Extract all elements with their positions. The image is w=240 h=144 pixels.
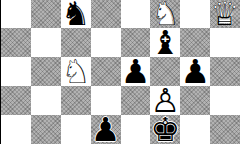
square-d4: ♟: [91, 115, 121, 144]
square-f5: ♟♙: [150, 86, 180, 115]
square-b4: [31, 115, 61, 144]
square-d6: [91, 57, 121, 86]
square-c6: ♞♘: [61, 57, 91, 86]
piece-black-king: ♚: [150, 115, 180, 144]
square-b8: [31, 0, 61, 28]
piece-white-pawn: ♟♙: [150, 86, 180, 115]
square-c8: ♞: [61, 0, 91, 28]
square-d8: [91, 0, 121, 28]
square-b6: [31, 57, 61, 86]
square-b5: [31, 86, 61, 115]
square-a8: [1, 0, 31, 28]
square-c5: [61, 86, 91, 115]
square-e6: ♟: [121, 57, 151, 86]
piece-white-knight: ♞♘: [150, 0, 180, 28]
square-h7: [210, 28, 240, 57]
square-g7: [180, 28, 210, 57]
piece-white-knight: ♞♘: [61, 57, 91, 86]
square-a6: [1, 57, 31, 86]
chess-board: ♞♞♘♛♕♝♞♘♟♟♟♙♟♚: [1, 0, 240, 144]
square-d7: [91, 28, 121, 57]
square-e8: [121, 0, 151, 28]
square-c7: [61, 28, 91, 57]
square-g4: [180, 115, 210, 144]
square-f4: ♚: [150, 115, 180, 144]
piece-black-pawn: ♟: [91, 115, 121, 144]
square-h4: [210, 115, 240, 144]
piece-black-pawn: ♟: [121, 57, 151, 86]
square-h6: [210, 57, 240, 86]
square-a4: [1, 115, 31, 144]
square-a7: [1, 28, 31, 57]
square-a5: [1, 86, 31, 115]
square-e4: [121, 115, 151, 144]
square-e5: [121, 86, 151, 115]
piece-black-knight: ♞: [61, 0, 91, 28]
chess-diagram: ♞♞♘♛♕♝♞♘♟♟♟♙♟♚: [0, 0, 240, 144]
square-c4: [61, 115, 91, 144]
board-border: ♞♞♘♛♕♝♞♘♟♟♟♙♟♚: [0, 0, 240, 144]
square-e7: [121, 28, 151, 57]
square-g8: [180, 0, 210, 28]
square-g5: [180, 86, 210, 115]
piece-black-pawn: ♟: [180, 57, 210, 86]
square-f7: ♝: [150, 28, 180, 57]
piece-black-bishop: ♝: [150, 28, 180, 57]
square-d5: [91, 86, 121, 115]
square-f8: ♞♘: [150, 0, 180, 28]
piece-white-queen: ♛♕: [210, 0, 240, 28]
square-h8: ♛♕: [210, 0, 240, 28]
square-h5: [210, 86, 240, 115]
square-f6: [150, 57, 180, 86]
square-g6: ♟: [180, 57, 210, 86]
square-b7: [31, 28, 61, 57]
